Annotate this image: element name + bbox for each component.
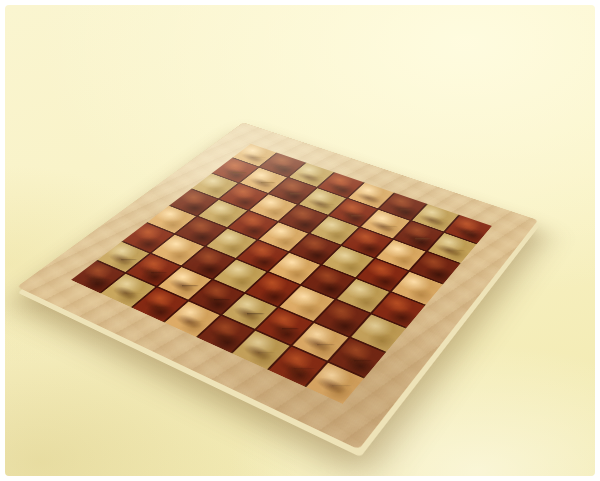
photo-backdrop: ♜♞♝♛♚♝♞♜♟♟♟♟♟♟♟♟♟♟♟♟♟♟♟♟♜♞♝♛♚♝♞♜: [0, 0, 600, 481]
black-rook-glyph: ♜: [305, 330, 360, 391]
square-h4: [392, 272, 443, 305]
chess-board: ♜♞♝♛♚♝♞♜♟♟♟♟♟♟♟♟♟♟♟♟♟♟♟♟♜♞♝♛♚♝♞♜: [17, 122, 538, 449]
